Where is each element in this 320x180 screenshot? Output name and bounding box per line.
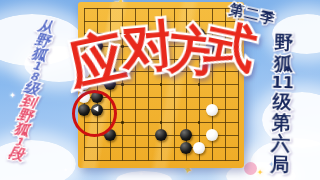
right-caption-char: 局 (264, 153, 297, 175)
pink-moon-icon (244, 162, 257, 175)
title-char-4: 式 (201, 16, 260, 75)
right-caption-char: 级 (266, 90, 299, 112)
white-stone (206, 129, 218, 141)
cloud (116, 171, 172, 180)
right-caption-char: 11 (266, 73, 299, 91)
right-caption-char: 第 (265, 111, 298, 133)
black-stone (155, 129, 167, 141)
right-caption-char: 六 (264, 132, 297, 154)
sparkle-icon: ✦ (63, 167, 68, 173)
right-caption: 野狐11级第六局 (264, 31, 301, 175)
sparkle-icon: ✦ (138, 171, 144, 178)
white-stone (193, 142, 205, 154)
black-stone (180, 129, 192, 141)
thumbnail-stage: ★ ✦ ✦ ✦ ✦ ✦ ✦ ✦ 应 对 方 式 第二季 野狐11级第六局 从野狐… (0, 0, 320, 180)
right-caption-char: 狐 (267, 52, 300, 74)
white-stone (206, 104, 218, 116)
right-caption-char: 野 (268, 31, 301, 53)
black-stone (180, 142, 192, 154)
